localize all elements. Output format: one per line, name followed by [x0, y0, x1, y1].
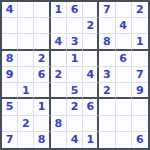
cell-r1c6[interactable] — [83, 2, 99, 18]
cell-r1c4[interactable]: 1 — [51, 2, 67, 18]
cell-r9c2[interactable] — [18, 132, 34, 148]
cell-r6c8[interactable] — [116, 83, 132, 99]
cell-r4c7[interactable] — [99, 51, 115, 67]
cell-r1c2[interactable] — [18, 2, 34, 18]
cell-r3c8[interactable] — [116, 34, 132, 50]
cell-r5c8[interactable] — [116, 67, 132, 83]
cell-r6c4[interactable] — [51, 83, 67, 99]
cell-r8c9[interactable] — [132, 116, 148, 132]
cell-r7c3[interactable]: 1 — [34, 99, 50, 115]
sudoku-board: 416722443818216962437152951262878416 — [0, 0, 150, 150]
cell-r9c5[interactable]: 4 — [67, 132, 83, 148]
cell-r2c3[interactable] — [34, 18, 50, 34]
cell-r8c1[interactable] — [2, 116, 18, 132]
cell-r3c1[interactable] — [2, 34, 18, 50]
cell-r9c9[interactable]: 6 — [132, 132, 148, 148]
cell-r7c4[interactable] — [51, 99, 67, 115]
cell-r1c3[interactable] — [34, 2, 50, 18]
cell-r5c2[interactable] — [18, 67, 34, 83]
cell-r7c8[interactable] — [116, 99, 132, 115]
cell-r1c8[interactable] — [116, 2, 132, 18]
cell-r7c6[interactable]: 6 — [83, 99, 99, 115]
cell-r4c1[interactable]: 8 — [2, 51, 18, 67]
cell-r9c4[interactable] — [51, 132, 67, 148]
cell-r5c7[interactable]: 3 — [99, 67, 115, 83]
cell-r7c9[interactable] — [132, 99, 148, 115]
cell-r4c8[interactable]: 6 — [116, 51, 132, 67]
cell-r5c9[interactable]: 7 — [132, 67, 148, 83]
cell-r6c9[interactable]: 9 — [132, 83, 148, 99]
cell-r3c4[interactable]: 4 — [51, 34, 67, 50]
cell-r6c2[interactable]: 1 — [18, 83, 34, 99]
cell-r5c5[interactable] — [67, 67, 83, 83]
cell-r4c2[interactable] — [18, 51, 34, 67]
cell-r2c2[interactable] — [18, 18, 34, 34]
cell-r3c7[interactable]: 8 — [99, 34, 115, 50]
cell-r9c6[interactable]: 1 — [83, 132, 99, 148]
cell-r9c8[interactable] — [116, 132, 132, 148]
cell-r7c7[interactable] — [99, 99, 115, 115]
cell-r1c9[interactable]: 2 — [132, 2, 148, 18]
cell-r2c4[interactable] — [51, 18, 67, 34]
cell-r5c6[interactable]: 4 — [83, 67, 99, 83]
cell-r2c5[interactable] — [67, 18, 83, 34]
cell-r8c7[interactable] — [99, 116, 115, 132]
cell-r7c2[interactable] — [18, 99, 34, 115]
cell-r3c5[interactable]: 3 — [67, 34, 83, 50]
cell-r4c6[interactable] — [83, 51, 99, 67]
cell-r6c6[interactable] — [83, 83, 99, 99]
cell-r3c3[interactable] — [34, 34, 50, 50]
cell-r6c7[interactable]: 2 — [99, 83, 115, 99]
cell-r7c5[interactable]: 2 — [67, 99, 83, 115]
cell-r5c4[interactable]: 2 — [51, 67, 67, 83]
cell-r5c1[interactable]: 9 — [2, 67, 18, 83]
cell-r4c5[interactable]: 1 — [67, 51, 83, 67]
cell-r8c5[interactable] — [67, 116, 83, 132]
cell-r4c9[interactable] — [132, 51, 148, 67]
cell-r3c9[interactable]: 1 — [132, 34, 148, 50]
cell-r8c6[interactable] — [83, 116, 99, 132]
cell-r8c8[interactable] — [116, 116, 132, 132]
cell-r6c5[interactable]: 5 — [67, 83, 83, 99]
cell-r2c9[interactable] — [132, 18, 148, 34]
cell-r9c3[interactable]: 8 — [34, 132, 50, 148]
cell-r2c8[interactable]: 4 — [116, 18, 132, 34]
cell-r8c4[interactable]: 8 — [51, 116, 67, 132]
cell-r1c1[interactable]: 4 — [2, 2, 18, 18]
cell-r4c3[interactable]: 2 — [34, 51, 50, 67]
cell-r2c6[interactable]: 2 — [83, 18, 99, 34]
cell-r3c6[interactable] — [83, 34, 99, 50]
cell-r1c5[interactable]: 6 — [67, 2, 83, 18]
cell-r8c2[interactable]: 2 — [18, 116, 34, 132]
cell-r3c2[interactable] — [18, 34, 34, 50]
cell-r2c1[interactable] — [2, 18, 18, 34]
cell-r9c7[interactable] — [99, 132, 115, 148]
cell-r1c7[interactable]: 7 — [99, 2, 115, 18]
cell-r8c3[interactable] — [34, 116, 50, 132]
cell-r5c3[interactable]: 6 — [34, 67, 50, 83]
cell-r7c1[interactable]: 5 — [2, 99, 18, 115]
cell-r6c3[interactable] — [34, 83, 50, 99]
cell-r9c1[interactable]: 7 — [2, 132, 18, 148]
cell-r4c4[interactable] — [51, 51, 67, 67]
cell-r6c1[interactable] — [2, 83, 18, 99]
cell-r2c7[interactable] — [99, 18, 115, 34]
